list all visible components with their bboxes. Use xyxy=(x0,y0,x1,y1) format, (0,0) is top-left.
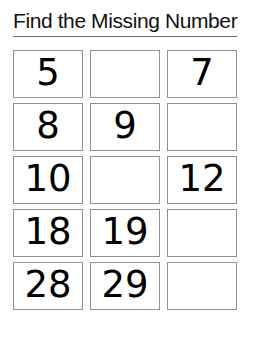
cell-value: 29 xyxy=(101,266,148,303)
number-grid: 5 7 8 9 10 12 18 19 xyxy=(13,50,237,310)
cell-value: 10 xyxy=(24,160,71,197)
cell-value: 7 xyxy=(190,54,214,91)
cell-value: 18 xyxy=(24,213,71,250)
cell-r1-c3: 7 xyxy=(167,50,237,98)
answer-cell-r3-c2[interactable] xyxy=(90,156,160,204)
cell-value: 9 xyxy=(113,107,137,144)
answer-cell-r5-c3[interactable] xyxy=(167,262,237,310)
cell-r3-c3: 12 xyxy=(167,156,237,204)
answer-cell-r2-c3[interactable] xyxy=(167,103,237,151)
cell-value: 8 xyxy=(36,107,60,144)
cell-r3-c1: 10 xyxy=(13,156,83,204)
page-title-text: Find the Missing Number xyxy=(13,9,237,37)
cell-r5-c2: 29 xyxy=(90,262,160,310)
cell-value: 19 xyxy=(101,213,148,250)
cell-value: 28 xyxy=(24,266,71,303)
cell-value: 5 xyxy=(36,54,60,91)
cell-r1-c1: 5 xyxy=(13,50,83,98)
cell-r4-c1: 18 xyxy=(13,209,83,257)
cell-r2-c2: 9 xyxy=(90,103,160,151)
page-title: Find the Missing Number xyxy=(13,9,237,33)
answer-cell-r1-c2[interactable] xyxy=(90,50,160,98)
cell-r4-c2: 19 xyxy=(90,209,160,257)
cell-value: 12 xyxy=(178,160,225,197)
worksheet-page: Find the Missing Number 5 7 8 9 10 12 xyxy=(0,0,263,350)
answer-cell-r4-c3[interactable] xyxy=(167,209,237,257)
cell-r5-c1: 28 xyxy=(13,262,83,310)
cell-r2-c1: 8 xyxy=(13,103,83,151)
